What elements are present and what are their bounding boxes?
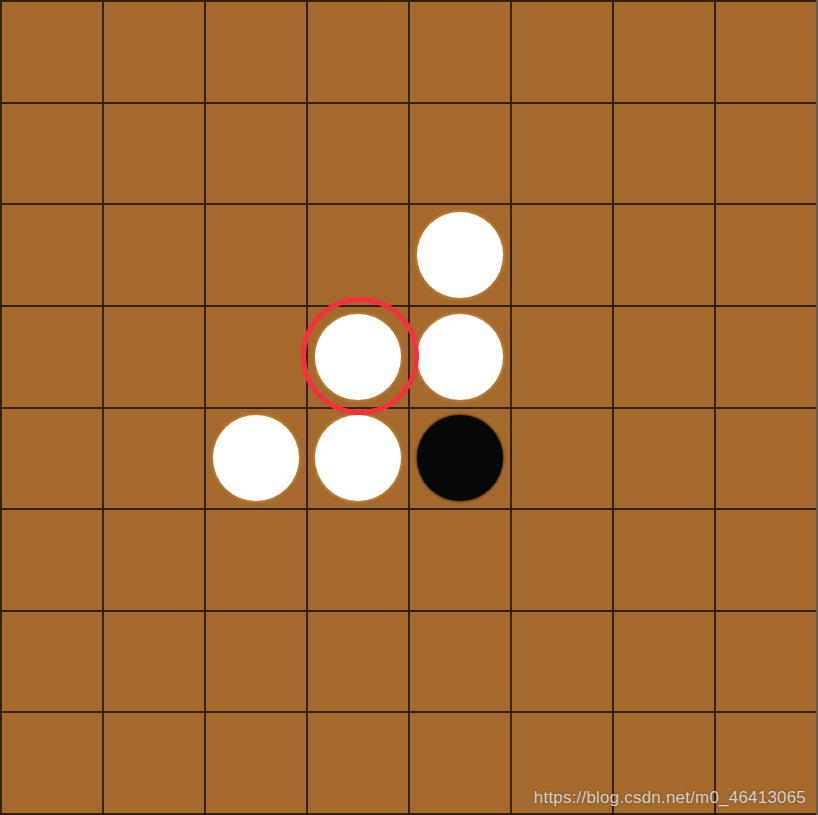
board-cell-g2[interactable] bbox=[614, 104, 714, 204]
board-cell-g4[interactable] bbox=[614, 307, 714, 407]
board-cell-d3[interactable] bbox=[308, 205, 408, 305]
board-cell-c4[interactable] bbox=[206, 307, 306, 407]
white-disc bbox=[315, 314, 401, 400]
board-cell-d1[interactable] bbox=[308, 2, 408, 102]
board-cell-b1[interactable] bbox=[104, 2, 204, 102]
board-cell-a7[interactable] bbox=[2, 612, 102, 712]
board-cell-a6[interactable] bbox=[2, 510, 102, 610]
board-cell-c6[interactable] bbox=[206, 510, 306, 610]
board-cell-b6[interactable] bbox=[104, 510, 204, 610]
white-disc bbox=[417, 212, 503, 298]
board-cell-h1[interactable] bbox=[716, 2, 816, 102]
board-cell-f1[interactable] bbox=[512, 2, 612, 102]
board-cell-h3[interactable] bbox=[716, 205, 816, 305]
board-cell-a2[interactable] bbox=[2, 104, 102, 204]
white-disc bbox=[315, 415, 401, 501]
board-cell-d7[interactable] bbox=[308, 612, 408, 712]
white-disc bbox=[213, 415, 299, 501]
board-cell-c1[interactable] bbox=[206, 2, 306, 102]
board-cell-h2[interactable] bbox=[716, 104, 816, 204]
board-cell-e8[interactable] bbox=[410, 713, 510, 813]
board-cell-c7[interactable] bbox=[206, 612, 306, 712]
board-cell-h4[interactable] bbox=[716, 307, 816, 407]
board-cell-e1[interactable] bbox=[410, 2, 510, 102]
board-cell-g7[interactable] bbox=[614, 612, 714, 712]
board-cell-g5[interactable] bbox=[614, 409, 714, 509]
board-cell-f4[interactable] bbox=[512, 307, 612, 407]
board-cell-a4[interactable] bbox=[2, 307, 102, 407]
board-cell-f6[interactable] bbox=[512, 510, 612, 610]
board-cell-h7[interactable] bbox=[716, 612, 816, 712]
board-cell-e6[interactable] bbox=[410, 510, 510, 610]
board-cell-b8[interactable] bbox=[104, 713, 204, 813]
board-cell-d6[interactable] bbox=[308, 510, 408, 610]
board-cell-a5[interactable] bbox=[2, 409, 102, 509]
board-cell-g6[interactable] bbox=[614, 510, 714, 610]
board-cell-e4[interactable] bbox=[410, 307, 510, 407]
black-disc bbox=[417, 415, 503, 501]
board-cell-d8[interactable] bbox=[308, 713, 408, 813]
board-cell-e5[interactable] bbox=[410, 409, 510, 509]
board-cell-b7[interactable] bbox=[104, 612, 204, 712]
board-cell-e3[interactable] bbox=[410, 205, 510, 305]
board-cell-c8[interactable] bbox=[206, 713, 306, 813]
board-cell-f3[interactable] bbox=[512, 205, 612, 305]
board-grid bbox=[0, 0, 818, 815]
white-disc bbox=[417, 314, 503, 400]
board-cell-b4[interactable] bbox=[104, 307, 204, 407]
board-cell-h5[interactable] bbox=[716, 409, 816, 509]
board-cell-d2[interactable] bbox=[308, 104, 408, 204]
board-cell-f2[interactable] bbox=[512, 104, 612, 204]
board-cell-h6[interactable] bbox=[716, 510, 816, 610]
watermark: https://blog.csdn.net/m0_46413065 bbox=[534, 788, 806, 808]
board-cell-f5[interactable] bbox=[512, 409, 612, 509]
board-cell-c3[interactable] bbox=[206, 205, 306, 305]
othello-game-screenshot: https://blog.csdn.net/m0_46413065 bbox=[0, 0, 818, 815]
board-cell-b3[interactable] bbox=[104, 205, 204, 305]
board-cell-g1[interactable] bbox=[614, 2, 714, 102]
board-cell-a8[interactable] bbox=[2, 713, 102, 813]
board-cell-g3[interactable] bbox=[614, 205, 714, 305]
board-cell-d4[interactable] bbox=[308, 307, 408, 407]
board-cell-b5[interactable] bbox=[104, 409, 204, 509]
board-cell-c2[interactable] bbox=[206, 104, 306, 204]
board-cell-a1[interactable] bbox=[2, 2, 102, 102]
board-cell-a3[interactable] bbox=[2, 205, 102, 305]
board-cell-e2[interactable] bbox=[410, 104, 510, 204]
board-cell-f7[interactable] bbox=[512, 612, 612, 712]
board-cell-d5[interactable] bbox=[308, 409, 408, 509]
board-cell-b2[interactable] bbox=[104, 104, 204, 204]
board-cell-c5[interactable] bbox=[206, 409, 306, 509]
board-cell-e7[interactable] bbox=[410, 612, 510, 712]
